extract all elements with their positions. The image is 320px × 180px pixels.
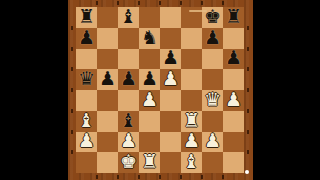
video-frame[interactable]: ♜♝♚♜♟♞♟♟♟♛♟♟♟♟♟♛♟♝♝♜♟♟♟♟♚♜♝ bbox=[0, 0, 320, 180]
square-e1[interactable] bbox=[160, 152, 181, 173]
square-d8[interactable] bbox=[139, 7, 160, 28]
square-c5[interactable]: ♟ bbox=[118, 69, 139, 90]
frame-tick-right-7 bbox=[247, 150, 249, 154]
square-a4[interactable] bbox=[76, 90, 97, 111]
piece-black-queen-a5: ♛ bbox=[78, 69, 95, 88]
square-c1[interactable]: ♚ bbox=[118, 152, 139, 173]
square-g5[interactable] bbox=[202, 69, 223, 90]
frame-tick-left-3 bbox=[71, 67, 73, 71]
piece-black-bishop-c3: ♝ bbox=[120, 111, 137, 130]
square-h2[interactable] bbox=[223, 132, 244, 153]
square-e2[interactable] bbox=[160, 132, 181, 153]
square-h7[interactable] bbox=[223, 28, 244, 49]
piece-black-pawn-c5: ♟ bbox=[120, 69, 137, 88]
square-b5[interactable]: ♟ bbox=[97, 69, 118, 90]
piece-black-bishop-c8: ♝ bbox=[120, 7, 137, 26]
square-d7[interactable]: ♞ bbox=[139, 28, 160, 49]
piece-black-pawn-a7: ♟ bbox=[78, 28, 95, 47]
square-g2[interactable]: ♟ bbox=[202, 132, 223, 153]
square-d5[interactable]: ♟ bbox=[139, 69, 160, 90]
piece-white-pawn-e5: ♟ bbox=[162, 69, 179, 88]
piece-black-pawn-e6: ♟ bbox=[162, 49, 179, 68]
frame-tick-top-2 bbox=[117, 1, 119, 5]
frame-tick-top-4 bbox=[159, 1, 161, 5]
square-f5[interactable] bbox=[181, 69, 202, 90]
square-e4[interactable] bbox=[160, 90, 181, 111]
frame-tick-top-1 bbox=[96, 1, 98, 5]
frame-tick-right-5 bbox=[247, 109, 249, 113]
square-h1[interactable] bbox=[223, 152, 244, 173]
square-f1[interactable]: ♝ bbox=[181, 152, 202, 173]
square-a7[interactable]: ♟ bbox=[76, 28, 97, 49]
piece-white-rook-f3: ♜ bbox=[183, 111, 200, 130]
frame-tick-top-7 bbox=[222, 1, 224, 5]
frame-tick-top-6 bbox=[201, 1, 203, 5]
frame-tick-left-4 bbox=[71, 88, 73, 92]
square-g4[interactable]: ♛ bbox=[202, 90, 223, 111]
watermark-dot bbox=[245, 170, 249, 174]
square-h6[interactable]: ♟ bbox=[223, 49, 244, 70]
frame-tick-bottom-5 bbox=[180, 175, 182, 179]
piece-black-pawn-h6: ♟ bbox=[225, 49, 242, 68]
chess-board-frame: ♜♝♚♜♟♞♟♟♟♛♟♟♟♟♟♛♟♝♝♜♟♟♟♟♚♜♝ bbox=[68, 0, 253, 180]
square-h4[interactable]: ♟ bbox=[223, 90, 244, 111]
square-f4[interactable] bbox=[181, 90, 202, 111]
chess-board: ♜♝♚♜♟♞♟♟♟♛♟♟♟♟♟♛♟♝♝♜♟♟♟♟♚♜♝ bbox=[76, 7, 244, 173]
frame-tick-right-2 bbox=[247, 47, 249, 51]
frame-tick-left-7 bbox=[71, 150, 73, 154]
square-f6[interactable] bbox=[181, 49, 202, 70]
square-c2[interactable]: ♟ bbox=[118, 132, 139, 153]
square-b1[interactable] bbox=[97, 152, 118, 173]
piece-black-pawn-d5: ♟ bbox=[141, 69, 158, 88]
square-g3[interactable] bbox=[202, 111, 223, 132]
frame-tick-bottom-6 bbox=[201, 175, 203, 179]
square-e3[interactable] bbox=[160, 111, 181, 132]
piece-white-bishop-a3: ♝ bbox=[78, 111, 95, 130]
square-d1[interactable]: ♜ bbox=[139, 152, 160, 173]
square-f2[interactable]: ♟ bbox=[181, 132, 202, 153]
frame-tick-top-3 bbox=[138, 1, 140, 5]
frame-tick-bottom-1 bbox=[96, 175, 98, 179]
frame-tick-left-2 bbox=[71, 47, 73, 51]
square-d4[interactable]: ♟ bbox=[139, 90, 160, 111]
piece-white-king-c1: ♚ bbox=[120, 152, 137, 171]
square-d2[interactable] bbox=[139, 132, 160, 153]
square-e6[interactable]: ♟ bbox=[160, 49, 181, 70]
frame-tick-left-1 bbox=[71, 26, 73, 30]
square-f7[interactable] bbox=[181, 28, 202, 49]
square-a6[interactable] bbox=[76, 49, 97, 70]
square-b4[interactable] bbox=[97, 90, 118, 111]
piece-white-pawn-a2: ♟ bbox=[78, 132, 95, 151]
piece-white-pawn-h4: ♟ bbox=[225, 90, 242, 109]
piece-white-pawn-d4: ♟ bbox=[141, 90, 158, 109]
piece-white-queen-g4: ♛ bbox=[204, 90, 221, 109]
square-a1[interactable] bbox=[76, 152, 97, 173]
square-g7[interactable]: ♟ bbox=[202, 28, 223, 49]
square-g1[interactable] bbox=[202, 152, 223, 173]
square-c7[interactable] bbox=[118, 28, 139, 49]
frame-tick-right-3 bbox=[247, 67, 249, 71]
square-b3[interactable] bbox=[97, 111, 118, 132]
square-d3[interactable] bbox=[139, 111, 160, 132]
frame-tick-right-1 bbox=[247, 26, 249, 30]
square-g6[interactable] bbox=[202, 49, 223, 70]
frame-tick-right-6 bbox=[247, 130, 249, 134]
frame-tick-bottom-2 bbox=[117, 175, 119, 179]
square-f3[interactable]: ♜ bbox=[181, 111, 202, 132]
piece-white-pawn-f2: ♟ bbox=[183, 132, 200, 151]
frame-tick-bottom-4 bbox=[159, 175, 161, 179]
square-e8[interactable] bbox=[160, 7, 181, 28]
piece-white-pawn-c2: ♟ bbox=[120, 132, 137, 151]
square-c6[interactable] bbox=[118, 49, 139, 70]
piece-black-pawn-g7: ♟ bbox=[204, 28, 221, 47]
piece-white-bishop-f1: ♝ bbox=[183, 152, 200, 171]
square-c4[interactable] bbox=[118, 90, 139, 111]
square-a2[interactable]: ♟ bbox=[76, 132, 97, 153]
piece-black-pawn-b5: ♟ bbox=[99, 69, 116, 88]
square-c8[interactable]: ♝ bbox=[118, 7, 139, 28]
piece-white-rook-d1: ♜ bbox=[141, 152, 158, 171]
square-a8[interactable]: ♜ bbox=[76, 7, 97, 28]
square-a3[interactable]: ♝ bbox=[76, 111, 97, 132]
piece-black-rook-a8: ♜ bbox=[78, 7, 95, 26]
square-b7[interactable] bbox=[97, 28, 118, 49]
piece-black-rook-h8: ♜ bbox=[225, 7, 242, 26]
frame-tick-bottom-7 bbox=[222, 175, 224, 179]
square-b8[interactable] bbox=[97, 7, 118, 28]
square-e7[interactable] bbox=[160, 28, 181, 49]
letterbox-right bbox=[253, 0, 320, 180]
square-h8[interactable]: ♜ bbox=[223, 7, 244, 28]
frame-tick-left-5 bbox=[71, 109, 73, 113]
frame-tick-top-5 bbox=[180, 1, 182, 5]
frame-tick-left-6 bbox=[71, 130, 73, 134]
frame-tick-right-4 bbox=[247, 88, 249, 92]
piece-black-knight-d7: ♞ bbox=[141, 28, 158, 47]
square-b6[interactable] bbox=[97, 49, 118, 70]
square-d6[interactable] bbox=[139, 49, 160, 70]
square-h3[interactable] bbox=[223, 111, 244, 132]
piece-white-pawn-g2: ♟ bbox=[204, 132, 221, 151]
square-c3[interactable]: ♝ bbox=[118, 111, 139, 132]
square-a5[interactable]: ♛ bbox=[76, 69, 97, 90]
frame-tick-bottom-3 bbox=[138, 175, 140, 179]
square-e5[interactable]: ♟ bbox=[160, 69, 181, 90]
square-h5[interactable] bbox=[223, 69, 244, 90]
highlight-mark-f8 bbox=[189, 10, 207, 12]
letterbox-left bbox=[0, 0, 68, 180]
square-b2[interactable] bbox=[97, 132, 118, 153]
